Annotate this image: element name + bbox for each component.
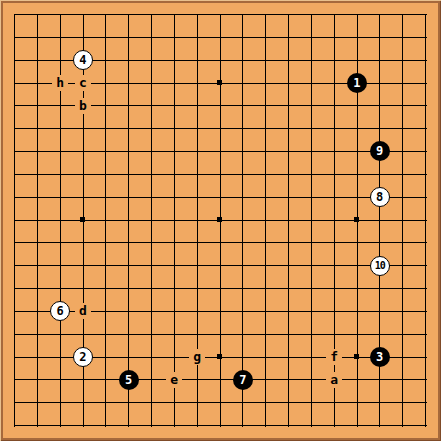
intersection-Q9[interactable]: [346, 231, 369, 254]
intersection-E16[interactable]: [94, 72, 117, 95]
intersection-F6[interactable]: [117, 300, 140, 323]
intersection-O8[interactable]: [300, 254, 323, 277]
intersection-R10[interactable]: [368, 209, 391, 232]
intersection-D4[interactable]: 2: [72, 346, 95, 369]
intersection-D8[interactable]: [72, 254, 95, 277]
intersection-N9[interactable]: [277, 231, 300, 254]
intersection-L14[interactable]: [231, 117, 254, 140]
intersection-C13[interactable]: [49, 140, 72, 163]
intersection-D16[interactable]: c: [72, 72, 95, 95]
intersection-K6[interactable]: [209, 300, 232, 323]
intersection-H6[interactable]: [163, 300, 186, 323]
intersection-P18[interactable]: [323, 26, 346, 49]
intersection-L3[interactable]: 7: [231, 368, 254, 391]
intersection-P6[interactable]: [323, 300, 346, 323]
intersection-C2[interactable]: [49, 391, 72, 414]
intersection-N7[interactable]: [277, 277, 300, 300]
intersection-Q10[interactable]: [346, 209, 369, 232]
intersection-N1[interactable]: [277, 414, 300, 437]
intersection-G1[interactable]: [140, 414, 163, 437]
intersection-R13[interactable]: 9: [368, 140, 391, 163]
intersection-S8[interactable]: [391, 254, 414, 277]
intersection-G14[interactable]: [140, 117, 163, 140]
intersection-C12[interactable]: [49, 163, 72, 186]
intersection-J10[interactable]: [186, 209, 209, 232]
intersection-T2[interactable]: [414, 391, 437, 414]
intersection-H19[interactable]: [163, 3, 186, 26]
intersection-L8[interactable]: [231, 254, 254, 277]
intersection-H2[interactable]: [163, 391, 186, 414]
intersection-M19[interactable]: [254, 3, 277, 26]
intersection-S3[interactable]: [391, 368, 414, 391]
intersection-H16[interactable]: [163, 72, 186, 95]
intersection-H9[interactable]: [163, 231, 186, 254]
intersection-B7[interactable]: [26, 277, 49, 300]
intersection-J19[interactable]: [186, 3, 209, 26]
black-stone-7[interactable]: 7: [233, 370, 253, 390]
intersection-Q11[interactable]: [346, 186, 369, 209]
intersection-D1[interactable]: [72, 414, 95, 437]
intersection-L1[interactable]: [231, 414, 254, 437]
intersection-H11[interactable]: [163, 186, 186, 209]
intersection-S10[interactable]: [391, 209, 414, 232]
intersection-O14[interactable]: [300, 117, 323, 140]
intersection-R4[interactable]: 3: [368, 346, 391, 369]
intersection-T18[interactable]: [414, 26, 437, 49]
intersection-D6[interactable]: d: [72, 300, 95, 323]
intersection-Q7[interactable]: [346, 277, 369, 300]
intersection-K11[interactable]: [209, 186, 232, 209]
intersection-P1[interactable]: [323, 414, 346, 437]
intersection-J15[interactable]: [186, 94, 209, 117]
intersection-H3[interactable]: e: [163, 368, 186, 391]
intersection-L6[interactable]: [231, 300, 254, 323]
intersection-E17[interactable]: [94, 49, 117, 72]
intersection-A18[interactable]: [3, 26, 26, 49]
intersection-M7[interactable]: [254, 277, 277, 300]
intersection-T19[interactable]: [414, 3, 437, 26]
intersection-S5[interactable]: [391, 323, 414, 346]
intersection-A17[interactable]: [3, 49, 26, 72]
intersection-G11[interactable]: [140, 186, 163, 209]
intersection-O3[interactable]: [300, 368, 323, 391]
intersection-H7[interactable]: [163, 277, 186, 300]
intersection-J16[interactable]: [186, 72, 209, 95]
intersection-B9[interactable]: [26, 231, 49, 254]
intersection-A11[interactable]: [3, 186, 26, 209]
intersection-G16[interactable]: [140, 72, 163, 95]
intersection-O13[interactable]: [300, 140, 323, 163]
black-stone-5[interactable]: 5: [119, 370, 139, 390]
intersection-L12[interactable]: [231, 163, 254, 186]
intersection-J3[interactable]: [186, 368, 209, 391]
intersection-F19[interactable]: [117, 3, 140, 26]
intersection-N14[interactable]: [277, 117, 300, 140]
intersection-T3[interactable]: [414, 368, 437, 391]
intersection-C3[interactable]: [49, 368, 72, 391]
intersection-F12[interactable]: [117, 163, 140, 186]
white-stone-6[interactable]: 6: [50, 301, 70, 321]
intersection-B4[interactable]: [26, 346, 49, 369]
intersection-M18[interactable]: [254, 26, 277, 49]
intersection-F2[interactable]: [117, 391, 140, 414]
intersection-N12[interactable]: [277, 163, 300, 186]
white-stone-8[interactable]: 8: [370, 187, 390, 207]
intersection-N15[interactable]: [277, 94, 300, 117]
intersection-L15[interactable]: [231, 94, 254, 117]
intersection-Q12[interactable]: [346, 163, 369, 186]
point-label-a[interactable]: a: [326, 372, 342, 388]
intersection-M15[interactable]: [254, 94, 277, 117]
intersection-R16[interactable]: [368, 72, 391, 95]
intersection-R12[interactable]: [368, 163, 391, 186]
intersection-R11[interactable]: 8: [368, 186, 391, 209]
intersection-B1[interactable]: [26, 414, 49, 437]
intersection-E12[interactable]: [94, 163, 117, 186]
white-stone-2[interactable]: 2: [73, 347, 93, 367]
intersection-S19[interactable]: [391, 3, 414, 26]
intersection-P15[interactable]: [323, 94, 346, 117]
intersection-Q19[interactable]: [346, 3, 369, 26]
intersection-A13[interactable]: [3, 140, 26, 163]
intersection-B13[interactable]: [26, 140, 49, 163]
intersection-B3[interactable]: [26, 368, 49, 391]
intersection-B10[interactable]: [26, 209, 49, 232]
intersection-T7[interactable]: [414, 277, 437, 300]
intersection-L2[interactable]: [231, 391, 254, 414]
intersection-M2[interactable]: [254, 391, 277, 414]
intersection-O9[interactable]: [300, 231, 323, 254]
black-stone-3[interactable]: 3: [370, 347, 390, 367]
intersection-R3[interactable]: [368, 368, 391, 391]
intersection-Q4[interactable]: [346, 346, 369, 369]
intersection-C16[interactable]: h: [49, 72, 72, 95]
intersection-O6[interactable]: [300, 300, 323, 323]
intersection-N18[interactable]: [277, 26, 300, 49]
intersection-G2[interactable]: [140, 391, 163, 414]
intersection-T16[interactable]: [414, 72, 437, 95]
intersection-J5[interactable]: [186, 323, 209, 346]
intersection-T8[interactable]: [414, 254, 437, 277]
intersection-D9[interactable]: [72, 231, 95, 254]
intersection-M5[interactable]: [254, 323, 277, 346]
intersection-E13[interactable]: [94, 140, 117, 163]
intersection-O17[interactable]: [300, 49, 323, 72]
intersection-S17[interactable]: [391, 49, 414, 72]
intersection-G7[interactable]: [140, 277, 163, 300]
intersection-A1[interactable]: [3, 414, 26, 437]
intersection-Q14[interactable]: [346, 117, 369, 140]
intersection-N8[interactable]: [277, 254, 300, 277]
intersection-P19[interactable]: [323, 3, 346, 26]
intersection-H1[interactable]: [163, 414, 186, 437]
intersection-B15[interactable]: [26, 94, 49, 117]
intersection-L4[interactable]: [231, 346, 254, 369]
intersection-L16[interactable]: [231, 72, 254, 95]
intersection-H8[interactable]: [163, 254, 186, 277]
intersection-Q6[interactable]: [346, 300, 369, 323]
intersection-P4[interactable]: f: [323, 346, 346, 369]
intersection-K19[interactable]: [209, 3, 232, 26]
intersection-A4[interactable]: [3, 346, 26, 369]
intersection-H18[interactable]: [163, 26, 186, 49]
intersection-R15[interactable]: [368, 94, 391, 117]
point-label-e[interactable]: e: [166, 372, 182, 388]
intersection-R19[interactable]: [368, 3, 391, 26]
intersection-O11[interactable]: [300, 186, 323, 209]
intersection-D11[interactable]: [72, 186, 95, 209]
intersection-B6[interactable]: [26, 300, 49, 323]
intersection-F18[interactable]: [117, 26, 140, 49]
intersection-O10[interactable]: [300, 209, 323, 232]
intersection-B8[interactable]: [26, 254, 49, 277]
intersection-L5[interactable]: [231, 323, 254, 346]
intersection-M16[interactable]: [254, 72, 277, 95]
intersection-S7[interactable]: [391, 277, 414, 300]
intersection-J13[interactable]: [186, 140, 209, 163]
intersection-Q5[interactable]: [346, 323, 369, 346]
intersection-M6[interactable]: [254, 300, 277, 323]
intersection-F11[interactable]: [117, 186, 140, 209]
intersection-A5[interactable]: [3, 323, 26, 346]
intersection-E6[interactable]: [94, 300, 117, 323]
intersection-R17[interactable]: [368, 49, 391, 72]
intersection-O19[interactable]: [300, 3, 323, 26]
intersection-Q13[interactable]: [346, 140, 369, 163]
intersection-M10[interactable]: [254, 209, 277, 232]
intersection-F4[interactable]: [117, 346, 140, 369]
intersection-J12[interactable]: [186, 163, 209, 186]
intersection-H4[interactable]: [163, 346, 186, 369]
intersection-O4[interactable]: [300, 346, 323, 369]
intersection-L13[interactable]: [231, 140, 254, 163]
intersection-N10[interactable]: [277, 209, 300, 232]
point-label-c[interactable]: c: [75, 75, 91, 91]
intersection-C5[interactable]: [49, 323, 72, 346]
intersection-E19[interactable]: [94, 3, 117, 26]
intersection-C8[interactable]: [49, 254, 72, 277]
intersection-J2[interactable]: [186, 391, 209, 414]
intersection-D7[interactable]: [72, 277, 95, 300]
intersection-B12[interactable]: [26, 163, 49, 186]
intersection-K8[interactable]: [209, 254, 232, 277]
intersection-A9[interactable]: [3, 231, 26, 254]
intersection-M11[interactable]: [254, 186, 277, 209]
intersection-F16[interactable]: [117, 72, 140, 95]
intersection-D18[interactable]: [72, 26, 95, 49]
intersection-F1[interactable]: [117, 414, 140, 437]
intersection-J18[interactable]: [186, 26, 209, 49]
intersection-K1[interactable]: [209, 414, 232, 437]
intersection-K4[interactable]: [209, 346, 232, 369]
intersection-C19[interactable]: [49, 3, 72, 26]
intersection-D5[interactable]: [72, 323, 95, 346]
intersection-T13[interactable]: [414, 140, 437, 163]
intersection-T9[interactable]: [414, 231, 437, 254]
intersection-Q16[interactable]: 1: [346, 72, 369, 95]
intersection-C4[interactable]: [49, 346, 72, 369]
intersection-P13[interactable]: [323, 140, 346, 163]
intersection-E7[interactable]: [94, 277, 117, 300]
intersection-S12[interactable]: [391, 163, 414, 186]
intersection-K7[interactable]: [209, 277, 232, 300]
intersection-C7[interactable]: [49, 277, 72, 300]
intersection-R18[interactable]: [368, 26, 391, 49]
intersection-O15[interactable]: [300, 94, 323, 117]
intersection-P9[interactable]: [323, 231, 346, 254]
intersection-N6[interactable]: [277, 300, 300, 323]
intersection-K12[interactable]: [209, 163, 232, 186]
intersection-T17[interactable]: [414, 49, 437, 72]
intersection-B14[interactable]: [26, 117, 49, 140]
intersection-O7[interactable]: [300, 277, 323, 300]
intersection-H12[interactable]: [163, 163, 186, 186]
intersection-S2[interactable]: [391, 391, 414, 414]
intersection-A12[interactable]: [3, 163, 26, 186]
intersection-O1[interactable]: [300, 414, 323, 437]
intersection-E4[interactable]: [94, 346, 117, 369]
intersection-K9[interactable]: [209, 231, 232, 254]
intersection-P12[interactable]: [323, 163, 346, 186]
intersection-Q1[interactable]: [346, 414, 369, 437]
intersection-R6[interactable]: [368, 300, 391, 323]
intersection-B5[interactable]: [26, 323, 49, 346]
intersection-P8[interactable]: [323, 254, 346, 277]
intersection-C15[interactable]: [49, 94, 72, 117]
intersection-E5[interactable]: [94, 323, 117, 346]
intersection-N16[interactable]: [277, 72, 300, 95]
intersection-E18[interactable]: [94, 26, 117, 49]
intersection-G18[interactable]: [140, 26, 163, 49]
intersection-C18[interactable]: [49, 26, 72, 49]
intersection-A15[interactable]: [3, 94, 26, 117]
intersection-N5[interactable]: [277, 323, 300, 346]
intersection-B16[interactable]: [26, 72, 49, 95]
intersection-J4[interactable]: g: [186, 346, 209, 369]
intersection-R7[interactable]: [368, 277, 391, 300]
intersection-S16[interactable]: [391, 72, 414, 95]
intersection-C11[interactable]: [49, 186, 72, 209]
intersection-G15[interactable]: [140, 94, 163, 117]
intersection-H14[interactable]: [163, 117, 186, 140]
intersection-E14[interactable]: [94, 117, 117, 140]
intersection-N2[interactable]: [277, 391, 300, 414]
intersection-T12[interactable]: [414, 163, 437, 186]
intersection-E15[interactable]: [94, 94, 117, 117]
intersection-M13[interactable]: [254, 140, 277, 163]
intersection-M14[interactable]: [254, 117, 277, 140]
intersection-P16[interactable]: [323, 72, 346, 95]
black-stone-1[interactable]: 1: [347, 73, 367, 93]
intersection-A16[interactable]: [3, 72, 26, 95]
intersection-C9[interactable]: [49, 231, 72, 254]
intersection-C6[interactable]: 6: [49, 300, 72, 323]
intersection-S6[interactable]: [391, 300, 414, 323]
intersection-J6[interactable]: [186, 300, 209, 323]
intersection-L19[interactable]: [231, 3, 254, 26]
intersection-M1[interactable]: [254, 414, 277, 437]
intersection-T15[interactable]: [414, 94, 437, 117]
intersection-R5[interactable]: [368, 323, 391, 346]
intersection-H15[interactable]: [163, 94, 186, 117]
intersection-N4[interactable]: [277, 346, 300, 369]
intersection-G10[interactable]: [140, 209, 163, 232]
intersection-Q17[interactable]: [346, 49, 369, 72]
intersection-G6[interactable]: [140, 300, 163, 323]
intersection-R2[interactable]: [368, 391, 391, 414]
intersection-M4[interactable]: [254, 346, 277, 369]
intersection-B2[interactable]: [26, 391, 49, 414]
intersection-S9[interactable]: [391, 231, 414, 254]
intersection-D12[interactable]: [72, 163, 95, 186]
intersection-M8[interactable]: [254, 254, 277, 277]
intersection-L7[interactable]: [231, 277, 254, 300]
intersection-P10[interactable]: [323, 209, 346, 232]
intersection-F14[interactable]: [117, 117, 140, 140]
intersection-B18[interactable]: [26, 26, 49, 49]
intersection-D17[interactable]: 4: [72, 49, 95, 72]
intersection-G9[interactable]: [140, 231, 163, 254]
intersection-A6[interactable]: [3, 300, 26, 323]
intersection-H5[interactable]: [163, 323, 186, 346]
intersection-L10[interactable]: [231, 209, 254, 232]
intersection-F10[interactable]: [117, 209, 140, 232]
intersection-S18[interactable]: [391, 26, 414, 49]
intersection-P7[interactable]: [323, 277, 346, 300]
intersection-O12[interactable]: [300, 163, 323, 186]
point-label-f[interactable]: f: [326, 349, 342, 365]
intersection-P2[interactable]: [323, 391, 346, 414]
white-stone-4[interactable]: 4: [73, 50, 93, 70]
intersection-S15[interactable]: [391, 94, 414, 117]
point-label-b[interactable]: b: [75, 98, 91, 114]
intersection-D19[interactable]: [72, 3, 95, 26]
intersection-M12[interactable]: [254, 163, 277, 186]
intersection-C14[interactable]: [49, 117, 72, 140]
intersection-O16[interactable]: [300, 72, 323, 95]
intersection-O2[interactable]: [300, 391, 323, 414]
intersection-R9[interactable]: [368, 231, 391, 254]
intersection-K15[interactable]: [209, 94, 232, 117]
intersection-M17[interactable]: [254, 49, 277, 72]
intersection-L18[interactable]: [231, 26, 254, 49]
intersection-F3[interactable]: 5: [117, 368, 140, 391]
intersection-C10[interactable]: [49, 209, 72, 232]
intersection-O5[interactable]: [300, 323, 323, 346]
intersection-N13[interactable]: [277, 140, 300, 163]
intersection-R14[interactable]: [368, 117, 391, 140]
intersection-P3[interactable]: a: [323, 368, 346, 391]
intersection-T11[interactable]: [414, 186, 437, 209]
intersection-T5[interactable]: [414, 323, 437, 346]
intersection-Q15[interactable]: [346, 94, 369, 117]
intersection-B17[interactable]: [26, 49, 49, 72]
intersection-E8[interactable]: [94, 254, 117, 277]
white-stone-10[interactable]: 10: [370, 256, 390, 276]
intersection-G3[interactable]: [140, 368, 163, 391]
intersection-G4[interactable]: [140, 346, 163, 369]
intersection-T1[interactable]: [414, 414, 437, 437]
black-stone-9[interactable]: 9: [370, 141, 390, 161]
intersection-J8[interactable]: [186, 254, 209, 277]
intersection-D13[interactable]: [72, 140, 95, 163]
intersection-D2[interactable]: [72, 391, 95, 414]
intersection-A7[interactable]: [3, 277, 26, 300]
intersection-P14[interactable]: [323, 117, 346, 140]
intersection-B11[interactable]: [26, 186, 49, 209]
intersection-G13[interactable]: [140, 140, 163, 163]
intersection-A2[interactable]: [3, 391, 26, 414]
